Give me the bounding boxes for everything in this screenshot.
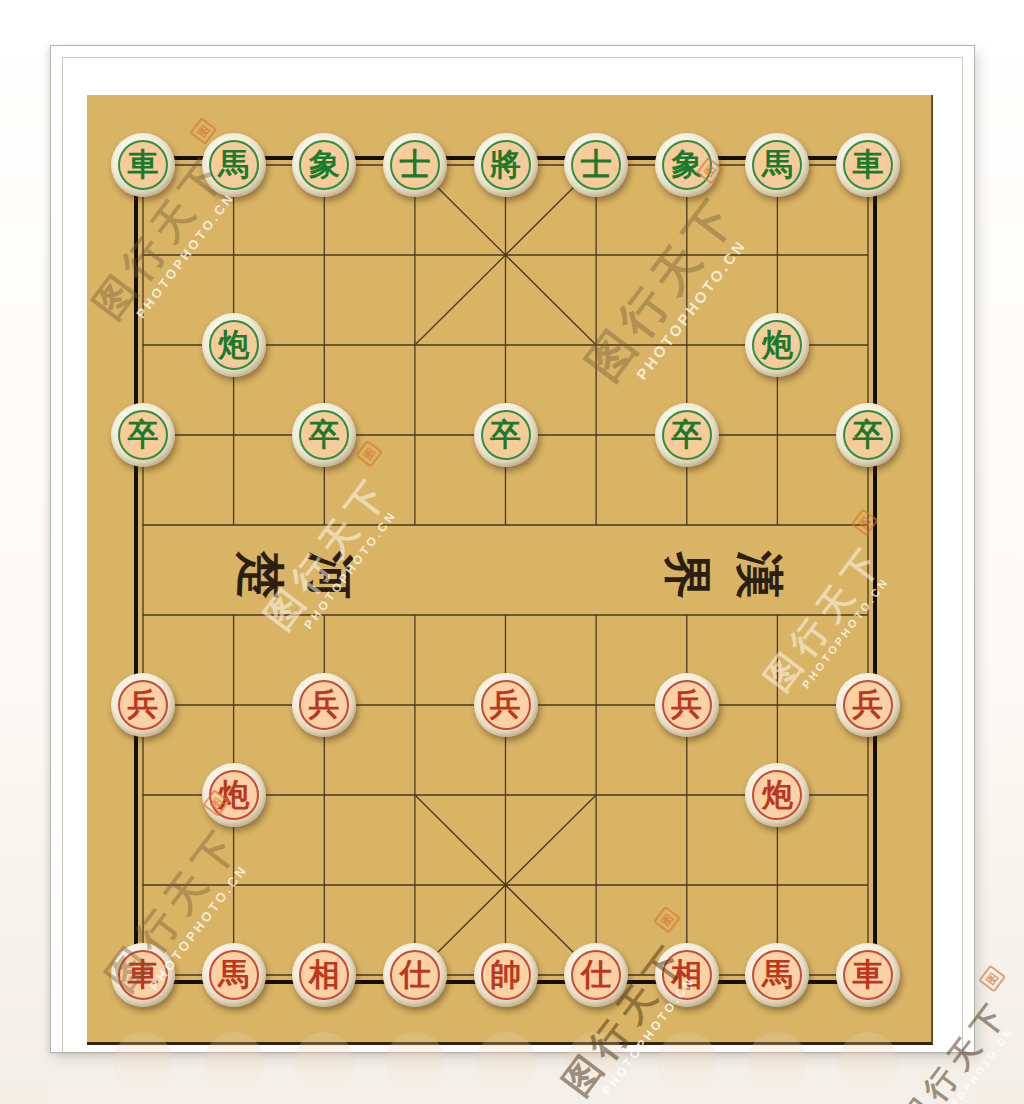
reflection-ghost xyxy=(113,1032,173,1092)
piece-glyph: 兵 xyxy=(481,680,531,730)
reflection-ghost xyxy=(385,1032,445,1092)
piece-black-soldier[interactable]: 卒 xyxy=(111,403,175,467)
piece-glyph: 象 xyxy=(299,140,349,190)
piece-glyph: 將 xyxy=(481,140,531,190)
reflection-ghost xyxy=(476,1032,536,1092)
piece-red-soldier[interactable]: 兵 xyxy=(836,673,900,737)
piece-glyph: 卒 xyxy=(662,410,712,460)
piece-red-horse[interactable]: 馬 xyxy=(745,943,809,1007)
piece-glyph: 車 xyxy=(843,140,893,190)
piece-glyph: 仕 xyxy=(571,950,621,1000)
piece-glyph: 炮 xyxy=(209,770,259,820)
piece-red-cannon[interactable]: 炮 xyxy=(745,763,809,827)
piece-glyph: 卒 xyxy=(118,410,168,460)
river-label-jie: 界 xyxy=(663,551,711,599)
piece-glyph: 馬 xyxy=(752,950,802,1000)
framed-board-card: 楚 河 界 漢 車馬象士將士象馬車炮炮卒卒卒卒卒兵兵兵兵兵炮炮車馬相仕帥仕相馬車 xyxy=(50,45,975,1053)
watermark-seal-icon: 图 xyxy=(978,965,1006,993)
xiangqi-board: 楚 河 界 漢 車馬象士將士象馬車炮炮卒卒卒卒卒兵兵兵兵兵炮炮車馬相仕帥仕相馬車 xyxy=(87,95,933,1045)
piece-glyph: 炮 xyxy=(752,770,802,820)
piece-glyph: 馬 xyxy=(752,140,802,190)
piece-red-horse[interactable]: 馬 xyxy=(202,943,266,1007)
reflection-ghost xyxy=(294,1032,354,1092)
piece-black-chariot[interactable]: 車 xyxy=(836,133,900,197)
piece-red-elephant[interactable]: 相 xyxy=(655,943,719,1007)
reflection-ghost xyxy=(204,1032,264,1092)
piece-red-soldier[interactable]: 兵 xyxy=(292,673,356,737)
piece-glyph: 士 xyxy=(390,140,440,190)
piece-black-cannon[interactable]: 炮 xyxy=(745,313,809,377)
river-label-chu: 楚 xyxy=(236,551,284,599)
reflection-ghost xyxy=(838,1032,898,1092)
piece-glyph: 帥 xyxy=(481,950,531,1000)
piece-glyph: 車 xyxy=(118,140,168,190)
piece-glyph: 兵 xyxy=(118,680,168,730)
piece-black-soldier[interactable]: 卒 xyxy=(655,403,719,467)
piece-black-soldier[interactable]: 卒 xyxy=(474,403,538,467)
piece-red-general[interactable]: 帥 xyxy=(474,943,538,1007)
piece-glyph: 相 xyxy=(662,950,712,1000)
reflection-ghost xyxy=(657,1032,717,1092)
piece-glyph: 車 xyxy=(118,950,168,1000)
piece-red-cannon[interactable]: 炮 xyxy=(202,763,266,827)
piece-red-advisor[interactable]: 仕 xyxy=(564,943,628,1007)
piece-black-general[interactable]: 將 xyxy=(474,133,538,197)
piece-glyph: 車 xyxy=(843,950,893,1000)
piece-glyph: 象 xyxy=(662,140,712,190)
piece-black-advisor[interactable]: 士 xyxy=(564,133,628,197)
piece-glyph: 卒 xyxy=(481,410,531,460)
piece-glyph: 兵 xyxy=(299,680,349,730)
piece-red-soldier[interactable]: 兵 xyxy=(655,673,719,737)
piece-glyph: 炮 xyxy=(752,320,802,370)
board-grid xyxy=(87,95,933,1045)
piece-black-horse[interactable]: 馬 xyxy=(202,133,266,197)
piece-red-soldier[interactable]: 兵 xyxy=(111,673,175,737)
piece-black-soldier[interactable]: 卒 xyxy=(292,403,356,467)
piece-glyph: 馬 xyxy=(209,950,259,1000)
river-label-han: 漢 xyxy=(735,551,783,599)
piece-black-advisor[interactable]: 士 xyxy=(383,133,447,197)
piece-glyph: 卒 xyxy=(843,410,893,460)
piece-glyph: 兵 xyxy=(662,680,712,730)
piece-red-soldier[interactable]: 兵 xyxy=(474,673,538,737)
piece-black-elephant[interactable]: 象 xyxy=(655,133,719,197)
river-label-he: 河 xyxy=(306,551,354,599)
reflection-ghost xyxy=(747,1032,807,1092)
piece-glyph: 兵 xyxy=(843,680,893,730)
piece-red-advisor[interactable]: 仕 xyxy=(383,943,447,1007)
piece-black-elephant[interactable]: 象 xyxy=(292,133,356,197)
piece-glyph: 馬 xyxy=(209,140,259,190)
piece-black-soldier[interactable]: 卒 xyxy=(836,403,900,467)
piece-glyph: 仕 xyxy=(390,950,440,1000)
reflection-ghost xyxy=(566,1032,626,1092)
piece-glyph: 炮 xyxy=(209,320,259,370)
piece-red-elephant[interactable]: 相 xyxy=(292,943,356,1007)
piece-glyph: 士 xyxy=(571,140,621,190)
piece-red-chariot[interactable]: 車 xyxy=(836,943,900,1007)
piece-glyph: 相 xyxy=(299,950,349,1000)
piece-glyph: 卒 xyxy=(299,410,349,460)
piece-red-chariot[interactable]: 車 xyxy=(111,943,175,1007)
piece-black-cannon[interactable]: 炮 xyxy=(202,313,266,377)
piece-black-horse[interactable]: 馬 xyxy=(745,133,809,197)
piece-black-chariot[interactable]: 車 xyxy=(111,133,175,197)
